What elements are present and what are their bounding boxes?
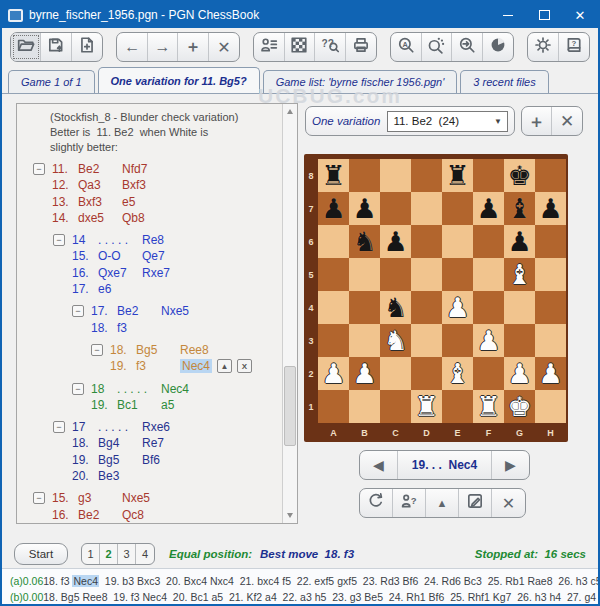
file-label: E: [442, 423, 473, 442]
square-h4[interactable]: [535, 291, 566, 324]
white-piece[interactable]: ♜: [476, 393, 500, 420]
black-piece[interactable]: ♞: [383, 294, 407, 321]
rank-label: 6: [304, 225, 318, 258]
white-move[interactable]: Be2: [78, 161, 122, 177]
move-number: 16.: [72, 265, 98, 281]
variation-group: −11.Be2Nfd712.Qa3Bxf313.Bxf3e514.dxe5Qb8: [17, 161, 282, 226]
move-number: 18: [91, 381, 117, 397]
square-c8[interactable]: [380, 159, 411, 192]
collapse-icon[interactable]: −: [33, 492, 45, 504]
square-f4[interactable]: [473, 291, 504, 324]
forward-button[interactable]: →: [148, 33, 178, 61]
move-row[interactable]: 19.f3Nec4▲X: [17, 358, 282, 374]
black-move[interactable]: Re7: [142, 436, 164, 450]
flip-board-button[interactable]: [360, 489, 393, 517]
black-move[interactable]: e5: [122, 195, 135, 209]
square-g6[interactable]: ♟: [504, 225, 535, 258]
edit-pencil-icon: [466, 492, 484, 514]
gear-icon: [534, 36, 552, 58]
scroll-up-icon[interactable]: [283, 104, 297, 119]
move-row[interactable]: 12.Qa3Bxf3: [17, 177, 282, 193]
rank-label: 1: [304, 390, 318, 423]
white-piece[interactable]: ♟: [352, 360, 376, 387]
black-piece[interactable]: ♝: [507, 195, 531, 222]
x-icon: ✕: [502, 494, 515, 513]
tab-1[interactable]: One variation for 11. Bg5?: [98, 67, 260, 93]
tab-2[interactable]: Game list: 'byrne fischer 1956.pgn': [263, 70, 458, 93]
square-a2[interactable]: ♟: [318, 357, 349, 390]
search-arrow-icon: [458, 36, 476, 58]
square-b5[interactable]: [349, 258, 380, 291]
variation-group: −14. . . . .Re815.O-OQe716.Qxe7Rxe717.e6: [17, 232, 282, 297]
new-page-icon: [78, 36, 96, 58]
black-move[interactable]: Qe7: [142, 249, 165, 263]
square-e7[interactable]: [442, 192, 473, 225]
square-d4[interactable]: [411, 291, 442, 324]
next-move-button[interactable]: ▶: [492, 451, 529, 479]
move-number: 14.: [52, 210, 78, 226]
move-number: 17.: [91, 303, 117, 319]
printer-icon: [352, 36, 370, 58]
analysis-row[interactable]: (a)0.0618. f3 Nec4 19. b3 Bxc3 20. Bxc4 …: [10, 573, 598, 589]
square-h3[interactable]: [535, 324, 566, 357]
square-f8[interactable]: [473, 159, 504, 192]
square-f3[interactable]: ♟: [473, 324, 504, 357]
square-b4[interactable]: [349, 291, 380, 324]
square-b8[interactable]: [349, 159, 380, 192]
black-piece[interactable]: ♟: [383, 228, 407, 255]
analysis-eval: 0.00: [23, 591, 43, 603]
square-b1[interactable]: [349, 390, 380, 423]
variation-tree-panel: (Stockfish_8 - Blunder check variation)B…: [16, 103, 298, 524]
white-move[interactable]: Be2: [78, 507, 122, 523]
white-piece[interactable]: ♟: [538, 360, 562, 387]
file-label: G: [504, 423, 535, 442]
square-d8[interactable]: [411, 159, 442, 192]
move-row[interactable]: 17.e6: [17, 281, 282, 297]
app-icon: [8, 9, 23, 22]
search-a-icon: A: [397, 36, 415, 58]
annotation-text: slightly better:: [17, 140, 282, 155]
promote-move-button[interactable]: ▲: [217, 359, 232, 373]
move-number: 19.: [110, 358, 136, 374]
white-move[interactable]: dxe5: [78, 210, 122, 226]
white-move[interactable]: . . . . .: [98, 232, 142, 248]
square-e1[interactable]: [442, 390, 473, 423]
rotate-icon: [367, 492, 385, 514]
rank-label: 8: [304, 159, 318, 192]
move-row[interactable]: −15.g3Nxe5: [17, 490, 282, 506]
analysis-moves: 18. Bg5 Ree8 19. f3 Nec4 20. Bc1 a5 21. …: [43, 591, 598, 603]
square-d6[interactable]: [411, 225, 442, 258]
white-piece[interactable]: ♟: [321, 360, 345, 387]
black-move[interactable]: Bxf3: [122, 178, 146, 192]
square-b3[interactable]: [349, 324, 380, 357]
open-folder-icon: [17, 36, 35, 58]
square-d2[interactable]: [411, 357, 442, 390]
white-piece[interactable]: ♟: [476, 327, 500, 354]
tab-bar: Game 1 of 1One variation for 11. Bg5?Gam…: [2, 68, 598, 94]
file-label: A: [318, 423, 349, 442]
toolbar-search-group: A: [390, 32, 514, 62]
move-number: 18.: [72, 435, 98, 451]
move-row[interactable]: 18.f3: [17, 320, 282, 336]
square-d3[interactable]: [411, 324, 442, 357]
x-icon: ✕: [217, 38, 230, 57]
rank-label: 5: [304, 258, 318, 291]
black-move[interactable]: Rxe6: [142, 420, 170, 434]
square-c4[interactable]: ♞: [380, 291, 411, 324]
black-piece[interactable]: ♜: [445, 162, 469, 189]
black-move[interactable]: Bf6: [142, 453, 160, 467]
arrow-right-icon: ▶: [505, 457, 516, 473]
analysis-line-id: (a): [10, 575, 23, 587]
move-number: 19.: [91, 397, 117, 413]
square-f2[interactable]: [473, 357, 504, 390]
square-a6[interactable]: [318, 225, 349, 258]
prev-move-button[interactable]: ◀: [360, 451, 397, 479]
white-piece[interactable]: ♚: [507, 393, 531, 420]
variation-group: −18.Bg5Ree819.f3Nec4▲X: [17, 342, 282, 375]
collapse-icon[interactable]: −: [72, 383, 84, 395]
square-c5[interactable]: [380, 258, 411, 291]
move-number: 18.: [110, 342, 136, 358]
variation-group: −15.g3Nxe516.Be2Qc817.O-ORe8: [17, 490, 282, 523]
file-label: B: [349, 423, 380, 442]
best-move-text: Best move 18. f3: [260, 548, 354, 560]
square-h8[interactable]: [535, 159, 566, 192]
add-variation-button[interactable]: ＋: [522, 107, 552, 135]
evaluation-text: Equal position:: [169, 548, 252, 560]
white-piece[interactable]: ♟: [507, 360, 531, 387]
move-number: 17: [72, 419, 98, 435]
engine-status-bar: Start 1234 Equal position: Best move 18.…: [2, 540, 598, 568]
statistics-button[interactable]: [483, 33, 513, 61]
square-c3[interactable]: ♞: [380, 324, 411, 357]
close-button[interactable]: ✕: [562, 2, 598, 28]
toolbar-nav-group: ← → ＋ ✕: [116, 32, 240, 62]
black-piece[interactable]: ♚: [507, 162, 531, 189]
square-c7[interactable]: [380, 192, 411, 225]
add-button[interactable]: ＋: [178, 33, 208, 61]
move-number: 13.: [52, 194, 78, 210]
collapse-icon[interactable]: −: [72, 305, 84, 317]
square-g8[interactable]: ♚: [504, 159, 535, 192]
move-number: 19.: [72, 452, 98, 468]
square-g7[interactable]: ♝: [504, 192, 535, 225]
square-h6[interactable]: [535, 225, 566, 258]
analysis-lines: (a)0.0618. f3 Nec4 19. b3 Bxc3 20. Bxc4 …: [2, 568, 598, 604]
black-move[interactable]: Nxe5: [161, 304, 189, 318]
file-label: F: [473, 423, 504, 442]
white-piece[interactable]: ♝: [507, 261, 531, 288]
square-a7[interactable]: ♟: [318, 192, 349, 225]
black-piece[interactable]: ♟: [476, 195, 500, 222]
help-button[interactable]: ?: [559, 33, 589, 61]
stopped-at-text: Stopped at: 16 secs: [475, 548, 586, 560]
tab-0[interactable]: Game 1 of 1: [8, 70, 95, 93]
white-move[interactable]: . . . . .: [98, 419, 142, 435]
players-button[interactable]: [254, 33, 284, 61]
square-d5[interactable]: [411, 258, 442, 291]
edit-button[interactable]: [459, 489, 492, 517]
square-e6[interactable]: [442, 225, 473, 258]
move-row[interactable]: 20.Be3: [17, 468, 282, 484]
move-row[interactable]: 13.Bxf3e5: [17, 194, 282, 210]
black-move[interactable]: Nxe5: [122, 491, 150, 505]
move-row[interactable]: −14. . . . .Re8: [17, 232, 282, 248]
file-label: D: [411, 423, 442, 442]
collapse-icon[interactable]: −: [91, 344, 103, 356]
search-transpose-button[interactable]: [452, 33, 482, 61]
analysis-line-id: (b): [10, 591, 23, 603]
white-move[interactable]: Be3: [98, 468, 142, 484]
move-row[interactable]: 19.Bg5Bf6: [17, 452, 282, 468]
white-move[interactable]: Bg5: [98, 452, 142, 468]
move-row[interactable]: 16.Qxe7Rxe7: [17, 265, 282, 281]
title-bar: byrne_fischer_1956.pgn - PGN ChessBook ✕: [2, 2, 598, 28]
ask-engine-button[interactable]: ?: [393, 489, 426, 517]
minimize-button[interactable]: [490, 2, 526, 28]
toolbar: ← → ＋ ✕ ?? A: [2, 28, 598, 66]
square-g3[interactable]: [504, 324, 535, 357]
square-a4[interactable]: [318, 291, 349, 324]
move-number: 15.: [72, 248, 98, 264]
chessboard-icon: [290, 36, 308, 58]
board-tools: ? ▲ ✕: [359, 488, 526, 518]
square-c2[interactable]: [380, 357, 411, 390]
help-book-icon: ?: [565, 36, 583, 58]
file-labels: ABCDEFGH: [318, 423, 566, 442]
toolbar-game-group: ??: [253, 32, 377, 62]
move-row[interactable]: −18.Bg5Ree8: [17, 342, 282, 358]
move-list: (Stockfish_8 - Blunder check variation)B…: [17, 104, 282, 523]
rank-label: 2: [304, 357, 318, 390]
toolbar-file-group: [10, 32, 103, 62]
engine-button-2[interactable]: 2: [100, 544, 118, 564]
white-move[interactable]: Bg4: [98, 435, 142, 451]
black-move[interactable]: Ree8: [180, 343, 209, 357]
move-navigation: ◀ 19. . . Nec4 ▶: [359, 450, 530, 480]
app-window: byrne_fischer_1956.pgn - PGN ChessBook ✕…: [0, 0, 600, 606]
delete-button[interactable]: ✕: [209, 33, 239, 61]
square-b7[interactable]: ♟: [349, 192, 380, 225]
white-move[interactable]: Bxf3: [78, 194, 122, 210]
rank-label: 4: [304, 291, 318, 324]
variation-group: −17.Be2Nxe518.f3: [17, 303, 282, 336]
square-f5[interactable]: [473, 258, 504, 291]
black-move[interactable]: Qb8: [122, 211, 145, 225]
square-c1[interactable]: [380, 390, 411, 423]
open-file-button[interactable]: [11, 33, 41, 61]
square-e3[interactable]: [442, 324, 473, 357]
maximize-button[interactable]: [526, 2, 562, 28]
annotation-text: (Stockfish_8 - Blunder check variation): [17, 110, 282, 125]
file-label: C: [380, 423, 411, 442]
move-number: 12.: [52, 177, 78, 193]
rank-labels: 87654321: [304, 159, 318, 423]
scroll-down-icon[interactable]: [283, 508, 297, 523]
square-f6[interactable]: [473, 225, 504, 258]
white-move[interactable]: Bg5: [136, 342, 180, 358]
square-a5[interactable]: [318, 258, 349, 291]
square-f7[interactable]: ♟: [473, 192, 504, 225]
chevron-down-icon: ▼: [494, 117, 502, 126]
square-e5[interactable]: [442, 258, 473, 291]
white-piece[interactable]: ♞: [383, 327, 407, 354]
white-move[interactable]: e6: [98, 281, 142, 297]
black-piece[interactable]: ♟: [352, 195, 376, 222]
promote-variation-button[interactable]: ▲: [426, 489, 459, 517]
svg-text:A: A: [402, 40, 408, 49]
black-move[interactable]: Re8: [142, 233, 164, 247]
move-row[interactable]: −17. . . . .Rxe6: [17, 419, 282, 435]
engine-button-3[interactable]: 3: [118, 544, 136, 564]
new-item-button[interactable]: [72, 33, 102, 61]
rank-label: 7: [304, 192, 318, 225]
square-a1[interactable]: [318, 390, 349, 423]
scrollbar[interactable]: [282, 104, 297, 523]
collapse-icon[interactable]: −: [33, 163, 45, 175]
search-pattern-button[interactable]: [422, 33, 452, 61]
square-h1[interactable]: [535, 390, 566, 423]
svg-text:?: ?: [571, 39, 576, 48]
square-b6[interactable]: ♞: [349, 225, 380, 258]
engine-count-buttons: 1234: [81, 543, 155, 565]
white-piece[interactable]: ♜: [414, 393, 438, 420]
x-icon: ✕: [560, 111, 574, 132]
black-move[interactable]: a5: [161, 398, 174, 412]
black-piece[interactable]: ♟: [507, 228, 531, 255]
square-e4[interactable]: ♟: [442, 291, 473, 324]
move-row[interactable]: 16.Be2Qc8: [17, 507, 282, 523]
white-move[interactable]: Bc1: [117, 397, 161, 413]
black-move-selected[interactable]: Nec4: [180, 359, 212, 373]
white-move[interactable]: g3: [78, 490, 122, 506]
white-piece[interactable]: ♟: [445, 294, 469, 321]
variation-dropdown[interactable]: 11. Be2 (24) ▼: [387, 111, 508, 132]
analysis-moves: 18. f3 Nec4 19. b3 Bxc3 20. Bxc4 Nxc4 21…: [43, 575, 598, 587]
analysis-eval: 0.06: [23, 575, 43, 587]
start-engine-button[interactable]: Start: [14, 543, 68, 565]
arrow-left-icon: ←: [124, 38, 140, 56]
variation-actions: ＋ ✕: [521, 106, 583, 136]
square-e2[interactable]: ♝: [442, 357, 473, 390]
square-g4[interactable]: [504, 291, 535, 324]
move-row[interactable]: 15.O-OQe7: [17, 248, 282, 264]
square-f1[interactable]: ♜: [473, 390, 504, 423]
engine-button-4[interactable]: 4: [136, 544, 154, 564]
current-move-label: 19. . . Nec4: [397, 451, 492, 479]
chessboard-frame: 87654321 ♜♜♚♟♟♟♝♟♞♟♟♝♞♟♞♟♟♟♝♟♟♜♜♚ ABCDEF…: [304, 154, 568, 442]
search-position-button[interactable]: A: [391, 33, 421, 61]
move-number: 11.: [52, 161, 78, 177]
move-row[interactable]: 18.Bg4Re7: [17, 435, 282, 451]
pie-chart-icon: [489, 36, 507, 58]
square-a8[interactable]: ♜: [318, 159, 349, 192]
square-e8[interactable]: ♜: [442, 159, 473, 192]
delete-move-button[interactable]: X: [237, 359, 252, 373]
black-move[interactable]: Nec4: [161, 382, 189, 396]
black-move[interactable]: Rxe7: [142, 266, 170, 280]
blunder-check-icon: ??: [321, 36, 339, 58]
analysis-row[interactable]: (b)0.0018. Bg5 Ree8 19. f3 Nec4 20. Bc1 …: [10, 589, 598, 605]
white-piece[interactable]: ♝: [445, 360, 469, 387]
delete-line-button[interactable]: ✕: [492, 489, 525, 517]
black-piece[interactable]: ♜: [321, 162, 345, 189]
move-number: 14: [72, 232, 98, 248]
settings-button[interactable]: [528, 33, 558, 61]
chessboard: ♜♜♚♟♟♟♝♟♞♟♟♝♞♟♞♟♟♟♝♟♟♜♜♚: [318, 159, 566, 423]
variation-label: One variation: [312, 115, 380, 127]
collapse-icon[interactable]: −: [53, 234, 65, 246]
blunder-check-button[interactable]: ??: [315, 33, 345, 61]
black-piece[interactable]: ♟: [321, 195, 345, 222]
board-setup-button[interactable]: [285, 33, 315, 61]
square-g1[interactable]: ♚: [504, 390, 535, 423]
white-move[interactable]: Qa3: [78, 177, 122, 193]
square-a3[interactable]: [318, 324, 349, 357]
white-move[interactable]: O-O: [98, 248, 142, 264]
back-button[interactable]: ←: [117, 33, 147, 61]
square-d1[interactable]: ♜: [411, 390, 442, 423]
black-piece[interactable]: ♟: [538, 195, 562, 222]
scrollbar-thumb[interactable]: [284, 366, 296, 446]
square-h5[interactable]: [535, 258, 566, 291]
black-move[interactable]: Nfd7: [122, 162, 147, 176]
square-d7[interactable]: [411, 192, 442, 225]
square-g2[interactable]: ♟: [504, 357, 535, 390]
move-number: 18.: [91, 320, 117, 336]
white-move[interactable]: f3: [136, 358, 180, 374]
save-floppy-icon: [47, 36, 65, 58]
move-row[interactable]: −17.Be2Nxe5: [17, 303, 282, 319]
highlighted-move: Nec4: [72, 575, 99, 587]
annotation-text: Better is 11. Be2 when White is: [17, 125, 282, 140]
move-row[interactable]: −11.Be2Nfd7: [17, 161, 282, 177]
white-move[interactable]: Be2: [117, 303, 161, 319]
save-file-button[interactable]: [41, 33, 71, 61]
move-row[interactable]: −18. . . . .Nec4: [17, 381, 282, 397]
window-title: byrne_fischer_1956.pgn - PGN ChessBook: [29, 8, 490, 22]
variation-selected-value: 11. Be2 (24): [393, 115, 459, 127]
square-h7[interactable]: ♟: [535, 192, 566, 225]
move-row[interactable]: 19.Bc1a5: [17, 397, 282, 413]
tab-3[interactable]: 3 recent files: [460, 70, 548, 93]
players-list-icon: [260, 36, 278, 58]
print-button[interactable]: [346, 33, 376, 61]
move-number: 17.: [72, 281, 98, 297]
white-move[interactable]: . . . . .: [117, 381, 161, 397]
collapse-icon[interactable]: −: [53, 421, 65, 433]
plus-icon: ＋: [528, 110, 545, 133]
white-move[interactable]: f3: [117, 320, 161, 336]
move-row[interactable]: 14.dxe5Qb8: [17, 210, 282, 226]
black-piece[interactable]: ♞: [352, 228, 376, 255]
white-move[interactable]: Qxe7: [98, 265, 142, 281]
variation-group: −17. . . . .Rxe618.Bg4Re719.Bg5Bf620.Be3: [17, 419, 282, 484]
square-g5[interactable]: ♝: [504, 258, 535, 291]
black-move[interactable]: Qc8: [122, 508, 144, 522]
file-label: H: [535, 423, 566, 442]
move-number: 16.: [52, 507, 78, 523]
delete-variation-button[interactable]: ✕: [552, 107, 582, 135]
engine-button-1[interactable]: 1: [82, 544, 100, 564]
square-c6[interactable]: ♟: [380, 225, 411, 258]
move-number: 15.: [52, 490, 78, 506]
square-h2[interactable]: ♟: [535, 357, 566, 390]
square-b2[interactable]: ♟: [349, 357, 380, 390]
